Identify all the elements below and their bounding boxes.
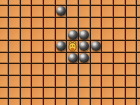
board-cell[interactable] (9, 53, 21, 65)
wall-ball-piece (79, 30, 89, 40)
board-cell[interactable] (0, 6, 9, 18)
board-cell[interactable] (32, 76, 44, 88)
board-cell[interactable] (9, 88, 21, 100)
board-cell[interactable] (91, 99, 103, 105)
board-cell[interactable] (9, 64, 21, 76)
board-cell[interactable] (114, 64, 126, 76)
board-cell[interactable] (44, 53, 56, 65)
board-cell[interactable] (126, 6, 138, 18)
board-cell[interactable] (79, 18, 91, 30)
board-cell[interactable] (114, 18, 126, 30)
board-cell[interactable] (114, 53, 126, 65)
board-cell[interactable] (21, 29, 33, 41)
board-cell[interactable] (44, 99, 56, 105)
board-cell[interactable] (67, 88, 79, 100)
board-cell[interactable] (91, 88, 103, 100)
board-cell[interactable] (102, 53, 114, 65)
wall-ball-piece (68, 30, 78, 40)
board-cell[interactable] (67, 6, 79, 18)
board-cell[interactable] (44, 76, 56, 88)
board-cell[interactable] (79, 88, 91, 100)
board-cell[interactable] (0, 99, 9, 105)
board-cell[interactable] (137, 99, 140, 105)
board-cell[interactable] (126, 64, 138, 76)
wall-ball-piece (56, 41, 66, 51)
board-cell[interactable] (21, 99, 33, 105)
board-cell[interactable] (91, 29, 103, 41)
board-cell[interactable] (32, 29, 44, 41)
wall-ball-piece (91, 41, 101, 51)
board-cell[interactable] (67, 29, 79, 41)
board-cell[interactable] (9, 29, 21, 41)
board-cell[interactable] (67, 99, 79, 105)
board-cell[interactable] (126, 18, 138, 30)
board-cell[interactable] (0, 88, 9, 100)
game-board (0, 0, 140, 105)
board-cell[interactable] (114, 99, 126, 105)
board-cell[interactable] (67, 18, 79, 30)
board-cell[interactable] (79, 6, 91, 18)
board-cell[interactable] (21, 88, 33, 100)
board-cell[interactable] (102, 18, 114, 30)
board-cell[interactable] (137, 18, 140, 30)
board-cell[interactable] (32, 41, 44, 53)
board-cell[interactable] (102, 6, 114, 18)
board-cell[interactable] (126, 99, 138, 105)
board-cell[interactable] (67, 76, 79, 88)
board-cell[interactable] (79, 76, 91, 88)
board-cell[interactable] (44, 18, 56, 30)
board-cell[interactable] (56, 18, 68, 30)
board-cell[interactable] (9, 18, 21, 30)
board-cell[interactable] (91, 76, 103, 88)
board-cell[interactable] (21, 6, 33, 18)
board-cell[interactable] (137, 29, 140, 41)
wall-ball-piece (79, 41, 89, 51)
board-cell[interactable] (79, 64, 91, 76)
board-cell[interactable] (21, 18, 33, 30)
board-cell[interactable] (67, 41, 79, 53)
board-cell[interactable] (67, 53, 79, 65)
board-cell[interactable] (56, 29, 68, 41)
board-cell[interactable] (137, 76, 140, 88)
board-cell[interactable] (9, 6, 21, 18)
board-cell[interactable] (32, 99, 44, 105)
board-cell[interactable] (32, 18, 44, 30)
board-cell[interactable] (21, 76, 33, 88)
board-cell[interactable] (56, 88, 68, 100)
board-cell[interactable] (56, 6, 68, 18)
board-cell[interactable] (32, 6, 44, 18)
board-cell[interactable] (32, 64, 44, 76)
board-cell[interactable] (126, 29, 138, 41)
board-cell[interactable] (79, 99, 91, 105)
board-cell[interactable] (114, 6, 126, 18)
board-cell[interactable] (0, 76, 9, 88)
board-cell[interactable] (91, 53, 103, 65)
board-cell[interactable] (0, 41, 9, 53)
board-cell[interactable] (21, 53, 33, 65)
board-cell[interactable] (137, 6, 140, 18)
mouse-piece (68, 41, 77, 52)
board-cell[interactable] (114, 88, 126, 100)
board-cell[interactable] (137, 41, 140, 53)
board-cell[interactable] (79, 29, 91, 41)
wall-ball-piece (79, 53, 89, 63)
board-cell[interactable] (126, 88, 138, 100)
game-screen (0, 0, 140, 105)
board-cell[interactable] (0, 64, 9, 76)
board-cell[interactable] (44, 88, 56, 100)
board-cell[interactable] (114, 76, 126, 88)
board-cell[interactable] (137, 53, 140, 65)
board-cell[interactable] (102, 41, 114, 53)
board-cell[interactable] (102, 88, 114, 100)
board-cell[interactable] (0, 18, 9, 30)
board-cell[interactable] (56, 64, 68, 76)
board-cell[interactable] (137, 64, 140, 76)
board-cell[interactable] (32, 53, 44, 65)
board-cell[interactable] (44, 64, 56, 76)
board-cell[interactable] (91, 18, 103, 30)
wall-ball-piece (56, 6, 66, 16)
board-cell[interactable] (56, 41, 68, 53)
board-cell[interactable] (67, 64, 79, 76)
board-cell[interactable] (91, 6, 103, 18)
board-cell[interactable] (91, 41, 103, 53)
board-cell[interactable] (9, 99, 21, 105)
board-cell[interactable] (44, 29, 56, 41)
wall-ball-piece (68, 53, 78, 63)
board-cell[interactable] (56, 53, 68, 65)
board-cell[interactable] (79, 53, 91, 65)
board-cell[interactable] (56, 76, 68, 88)
board-cell[interactable] (102, 64, 114, 76)
board-cell[interactable] (44, 6, 56, 18)
board-cell[interactable] (32, 88, 44, 100)
board-cell[interactable] (0, 29, 9, 41)
board-cell[interactable] (0, 53, 9, 65)
board-cell[interactable] (114, 41, 126, 53)
board-cell[interactable] (102, 29, 114, 41)
board-cell[interactable] (114, 29, 126, 41)
board-cell[interactable] (56, 99, 68, 105)
board-cell[interactable] (9, 41, 21, 53)
board-cell[interactable] (79, 41, 91, 53)
board-cell[interactable] (126, 76, 138, 88)
board-cell[interactable] (44, 41, 56, 53)
board-cell[interactable] (126, 53, 138, 65)
board-cell[interactable] (102, 99, 114, 105)
board-cell[interactable] (137, 88, 140, 100)
board-cell[interactable] (21, 41, 33, 53)
board-cell[interactable] (91, 64, 103, 76)
board-cell[interactable] (126, 41, 138, 53)
board-cell[interactable] (102, 76, 114, 88)
board-cell[interactable] (9, 76, 21, 88)
board-cell[interactable] (21, 64, 33, 76)
